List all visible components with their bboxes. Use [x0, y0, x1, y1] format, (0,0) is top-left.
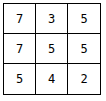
grid-cell-r1c1: 5 — [36, 34, 68, 64]
grid-cell-r1c0: 7 — [4, 34, 36, 64]
grid-cell-r2c2: 2 — [68, 64, 100, 94]
number-grid: 7 3 5 7 5 5 5 4 2 — [3, 3, 101, 95]
grid-cell-r2c0: 5 — [4, 64, 36, 94]
grid-cell-r0c1: 3 — [36, 4, 68, 34]
grid-cell-r0c2: 5 — [68, 4, 100, 34]
grid-cell-r2c1: 4 — [36, 64, 68, 94]
grid-cell-r1c2: 5 — [68, 34, 100, 64]
grid-cell-r0c0: 7 — [4, 4, 36, 34]
